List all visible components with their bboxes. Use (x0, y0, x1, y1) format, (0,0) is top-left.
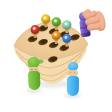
blue-peg-doll[interactable] (65, 62, 79, 96)
orange-ball-top (51, 31, 60, 40)
green-doll-body (27, 71, 40, 90)
green-peg-doll[interactable] (26, 57, 40, 91)
red-ball-top (29, 25, 38, 34)
mint-ball-top (62, 20, 71, 29)
blue-ball-top (61, 34, 70, 43)
toy-scene (0, 0, 112, 112)
child-hand (80, 8, 112, 36)
green-ball-top (51, 17, 60, 26)
blue-doll-body (66, 75, 79, 95)
yellow-ball-top (40, 14, 49, 23)
